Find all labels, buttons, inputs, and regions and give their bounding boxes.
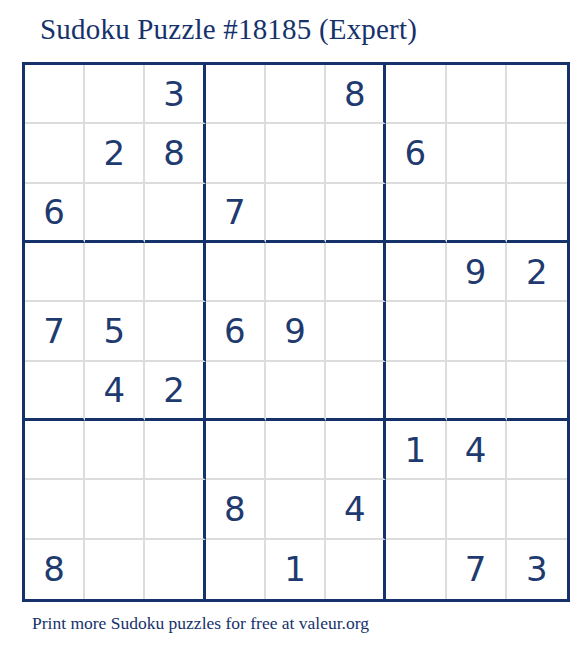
sudoku-cell-r1c2 [85, 65, 145, 124]
sudoku-cell-r6c1 [25, 362, 85, 421]
sudoku-cell-r5c6 [326, 302, 386, 361]
sudoku-cell-r1c4 [206, 65, 266, 124]
sudoku-cell-r3c3 [145, 184, 205, 243]
sudoku-cell-r2c7: 6 [386, 124, 446, 183]
sudoku-grid: 38286679275694214848173 [22, 62, 570, 602]
sudoku-cell-r3c1: 6 [25, 184, 85, 243]
sudoku-cell-r7c5 [266, 421, 326, 480]
sudoku-cell-r8c1 [25, 480, 85, 539]
sudoku-cell-r8c2 [85, 480, 145, 539]
sudoku-cell-r7c3 [145, 421, 205, 480]
footer-text: Print more Sudoku puzzles for free at va… [32, 613, 369, 634]
sudoku-cell-r5c1: 7 [25, 302, 85, 361]
sudoku-cell-r6c7 [386, 362, 446, 421]
sudoku-cell-r1c1 [25, 65, 85, 124]
sudoku-cell-r3c7 [386, 184, 446, 243]
sudoku-cell-r4c4 [206, 243, 266, 302]
sudoku-cell-r7c2 [85, 421, 145, 480]
sudoku-cell-r6c5 [266, 362, 326, 421]
sudoku-cell-r7c6 [326, 421, 386, 480]
sudoku-cell-r9c6 [326, 540, 386, 599]
sudoku-cell-r9c8: 7 [447, 540, 507, 599]
sudoku-cell-r7c7: 1 [386, 421, 446, 480]
sudoku-cell-r2c6 [326, 124, 386, 183]
sudoku-cell-r4c3 [145, 243, 205, 302]
sudoku-cell-r4c5 [266, 243, 326, 302]
sudoku-cell-r8c4: 8 [206, 480, 266, 539]
sudoku-cell-r3c5 [266, 184, 326, 243]
sudoku-cell-r4c1 [25, 243, 85, 302]
sudoku-cell-r4c8: 9 [447, 243, 507, 302]
sudoku-cell-r5c7 [386, 302, 446, 361]
sudoku-cell-r9c4 [206, 540, 266, 599]
sudoku-cell-r1c6: 8 [326, 65, 386, 124]
sudoku-cell-r7c4 [206, 421, 266, 480]
sudoku-cell-r9c9: 3 [507, 540, 567, 599]
sudoku-cell-r6c6 [326, 362, 386, 421]
sudoku-cell-r5c2: 5 [85, 302, 145, 361]
sudoku-cell-r9c7 [386, 540, 446, 599]
sudoku-cell-r1c3: 3 [145, 65, 205, 124]
sudoku-cell-r6c3: 2 [145, 362, 205, 421]
sudoku-cell-r2c4 [206, 124, 266, 183]
sudoku-cell-r3c9 [507, 184, 567, 243]
sudoku-cell-r2c2: 2 [85, 124, 145, 183]
sudoku-cell-r2c3: 8 [145, 124, 205, 183]
page-title: Sudoku Puzzle #18185 (Expert) [40, 13, 417, 46]
sudoku-cell-r9c3 [145, 540, 205, 599]
sudoku-cell-r9c5: 1 [266, 540, 326, 599]
sudoku-cell-r4c7 [386, 243, 446, 302]
sudoku-cell-r5c5: 9 [266, 302, 326, 361]
sudoku-cell-r1c7 [386, 65, 446, 124]
sudoku-cell-r5c9 [507, 302, 567, 361]
sudoku-cell-r3c8 [447, 184, 507, 243]
sudoku-cell-r3c4: 7 [206, 184, 266, 243]
sudoku-cell-r2c1 [25, 124, 85, 183]
sudoku-cell-r8c7 [386, 480, 446, 539]
sudoku-cell-r2c8 [447, 124, 507, 183]
sudoku-cell-r6c8 [447, 362, 507, 421]
sudoku-cell-r8c5 [266, 480, 326, 539]
sudoku-cell-r6c2: 4 [85, 362, 145, 421]
sudoku-cell-r7c1 [25, 421, 85, 480]
sudoku-cell-r4c6 [326, 243, 386, 302]
sudoku-cell-r2c5 [266, 124, 326, 183]
sudoku-cell-r9c1: 8 [25, 540, 85, 599]
sudoku-cell-r7c8: 4 [447, 421, 507, 480]
sudoku-cell-r8c6: 4 [326, 480, 386, 539]
sudoku-cell-r9c2 [85, 540, 145, 599]
sudoku-cell-r1c9 [507, 65, 567, 124]
sudoku-cell-r5c8 [447, 302, 507, 361]
sudoku-cell-r4c9: 2 [507, 243, 567, 302]
sudoku-cell-r3c2 [85, 184, 145, 243]
sudoku-cell-r8c9 [507, 480, 567, 539]
sudoku-cell-r5c4: 6 [206, 302, 266, 361]
sudoku-cell-r3c6 [326, 184, 386, 243]
sudoku-cell-r1c8 [447, 65, 507, 124]
sudoku-cell-r8c3 [145, 480, 205, 539]
sudoku-cell-r7c9 [507, 421, 567, 480]
sudoku-cell-r8c8 [447, 480, 507, 539]
sudoku-cell-r2c9 [507, 124, 567, 183]
sudoku-cell-r1c5 [266, 65, 326, 124]
sudoku-cell-r6c9 [507, 362, 567, 421]
sudoku-cell-r6c4 [206, 362, 266, 421]
sudoku-cell-r5c3 [145, 302, 205, 361]
sudoku-cell-r4c2 [85, 243, 145, 302]
